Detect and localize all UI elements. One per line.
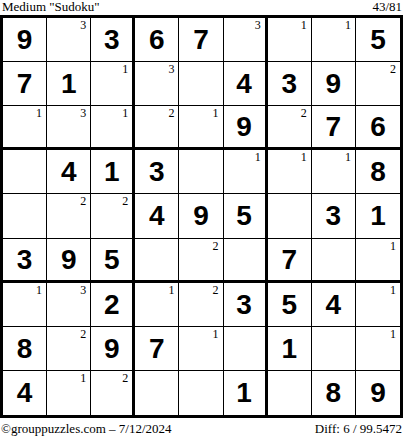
given-digit: 7 bbox=[193, 25, 209, 54]
pencil-mark: 2 bbox=[213, 239, 219, 253]
pencil-mark: 1 bbox=[213, 106, 219, 120]
cell-r1c6[interactable]: 3 bbox=[224, 18, 268, 62]
pencil-mark: 1 bbox=[345, 18, 351, 32]
cell-r6c9[interactable]: 1 bbox=[356, 239, 400, 283]
given-digit: 3 bbox=[326, 201, 342, 230]
pencil-mark: 2 bbox=[301, 106, 307, 120]
remaining-counter: 43/81 bbox=[372, 0, 403, 14]
pencil-mark: 1 bbox=[390, 239, 396, 253]
cell-r5c7[interactable] bbox=[268, 194, 312, 238]
cell-r4c2[interactable]: 4 bbox=[47, 150, 91, 194]
given-digit: 2 bbox=[104, 290, 120, 319]
pencil-mark: 2 bbox=[80, 327, 86, 341]
cell-r4c1[interactable] bbox=[3, 150, 47, 194]
puzzle-title: Medium "Sudoku" bbox=[0, 0, 100, 14]
cell-r9c7[interactable] bbox=[268, 371, 312, 415]
cell-r2c9[interactable]: 2 bbox=[356, 62, 400, 106]
cell-r5c1[interactable] bbox=[3, 194, 47, 238]
cell-r9c2[interactable]: 1 bbox=[47, 371, 91, 415]
cell-r2c7[interactable]: 3 bbox=[268, 62, 312, 106]
given-digit: 9 bbox=[236, 112, 252, 141]
given-digit: 3 bbox=[17, 245, 33, 274]
cell-r5c5[interactable]: 9 bbox=[179, 194, 223, 238]
given-digit: 9 bbox=[193, 201, 209, 230]
given-digit: 7 bbox=[281, 245, 297, 274]
given-digit: 9 bbox=[370, 378, 386, 407]
cell-r6c4[interactable] bbox=[135, 239, 179, 283]
pencil-mark: 3 bbox=[80, 106, 86, 120]
cell-r2c3[interactable]: 1 bbox=[91, 62, 135, 106]
cell-r5c8[interactable]: 3 bbox=[312, 194, 356, 238]
cell-r5c3[interactable]: 2 bbox=[91, 194, 135, 238]
cell-r7c8[interactable]: 4 bbox=[312, 283, 356, 327]
pencil-mark: 3 bbox=[80, 18, 86, 32]
cell-r9c5[interactable] bbox=[179, 371, 223, 415]
given-digit: 4 bbox=[236, 69, 252, 98]
cell-r5c2[interactable]: 2 bbox=[47, 194, 91, 238]
cell-r2c1[interactable]: 7 bbox=[3, 62, 47, 106]
cell-r1c1[interactable]: 9 bbox=[3, 18, 47, 62]
pencil-mark: 1 bbox=[301, 150, 307, 164]
given-digit: 1 bbox=[281, 334, 297, 363]
cell-r5c9[interactable]: 1 bbox=[356, 194, 400, 238]
pencil-mark: 3 bbox=[255, 18, 261, 32]
cell-r2c4[interactable]: 3 bbox=[135, 62, 179, 106]
cell-r3c5[interactable]: 1 bbox=[179, 106, 223, 150]
cell-r6c5[interactable]: 2 bbox=[179, 239, 223, 283]
given-digit: 7 bbox=[17, 69, 33, 98]
pencil-mark: 2 bbox=[122, 371, 128, 385]
cell-r8c9[interactable]: 1 bbox=[356, 327, 400, 371]
given-digit: 3 bbox=[104, 25, 120, 54]
pencil-mark: 1 bbox=[168, 283, 174, 297]
cell-r7c4[interactable]: 1 bbox=[135, 283, 179, 327]
cell-r3c7[interactable]: 2 bbox=[268, 106, 312, 150]
cell-r4c6[interactable]: 1 bbox=[224, 150, 268, 194]
cell-r1c7[interactable]: 1 bbox=[268, 18, 312, 62]
pencil-mark: 2 bbox=[213, 283, 219, 297]
pencil-mark: 1 bbox=[36, 106, 42, 120]
pencil-mark: 1 bbox=[213, 327, 219, 341]
pencil-mark: 1 bbox=[345, 150, 351, 164]
cell-r4c4[interactable]: 3 bbox=[135, 150, 179, 194]
given-digit: 8 bbox=[17, 334, 33, 363]
cell-r7c1[interactable]: 1 bbox=[3, 283, 47, 327]
cell-r9c4[interactable] bbox=[135, 371, 179, 415]
cell-r7c9[interactable]: 1 bbox=[356, 283, 400, 327]
difficulty-text: Diff: 6 / 99.5472 bbox=[315, 421, 403, 437]
cell-r4c8[interactable]: 1 bbox=[312, 150, 356, 194]
pencil-mark: 1 bbox=[390, 283, 396, 297]
cell-r2c2[interactable]: 1 bbox=[47, 62, 91, 106]
given-digit: 5 bbox=[370, 25, 386, 54]
page-header: Medium "Sudoku" 43/81 bbox=[0, 0, 403, 15]
given-digit: 4 bbox=[17, 378, 33, 407]
cell-r4c3[interactable]: 1 bbox=[91, 150, 135, 194]
cell-r1c4[interactable]: 6 bbox=[135, 18, 179, 62]
cell-r7c5[interactable]: 2 bbox=[179, 283, 223, 327]
pencil-mark: 1 bbox=[390, 327, 396, 341]
cell-r6c6[interactable] bbox=[224, 239, 268, 283]
pencil-mark: 1 bbox=[80, 371, 86, 385]
cell-r3c2[interactable]: 3 bbox=[47, 106, 91, 150]
cell-r2c6[interactable]: 4 bbox=[224, 62, 268, 106]
given-digit: 3 bbox=[281, 69, 297, 98]
cell-r6c3[interactable]: 5 bbox=[91, 239, 135, 283]
cell-r9c8[interactable]: 8 bbox=[312, 371, 356, 415]
cell-r9c6[interactable]: 1 bbox=[224, 371, 268, 415]
given-digit: 3 bbox=[236, 290, 252, 319]
given-digit: 4 bbox=[326, 290, 342, 319]
cell-r7c2[interactable]: 3 bbox=[47, 283, 91, 327]
cell-r3c8[interactable]: 7 bbox=[312, 106, 356, 150]
cell-r4c9[interactable]: 8 bbox=[356, 150, 400, 194]
cell-r2c8[interactable]: 9 bbox=[312, 62, 356, 106]
cell-r6c2[interactable]: 9 bbox=[47, 239, 91, 283]
cell-r7c6[interactable]: 3 bbox=[224, 283, 268, 327]
cell-r3c9[interactable]: 6 bbox=[356, 106, 400, 150]
page-footer: ©grouppuzzles.com – 7/12/2024 Diff: 6 / … bbox=[0, 419, 403, 437]
cell-r3c6[interactable]: 9 bbox=[224, 106, 268, 150]
given-digit: 9 bbox=[104, 334, 120, 363]
cell-r4c5[interactable] bbox=[179, 150, 223, 194]
given-digit: 9 bbox=[61, 245, 77, 274]
cell-r2c5[interactable] bbox=[179, 62, 223, 106]
cell-r8c1[interactable]: 8 bbox=[3, 327, 47, 371]
cell-r1c2[interactable]: 3 bbox=[47, 18, 91, 62]
cell-r8c2[interactable]: 2 bbox=[47, 327, 91, 371]
cell-r1c8[interactable]: 1 bbox=[312, 18, 356, 62]
cell-r3c4[interactable]: 2 bbox=[135, 106, 179, 150]
given-digit: 5 bbox=[104, 245, 120, 274]
given-digit: 5 bbox=[281, 290, 297, 319]
cell-r8c3[interactable]: 9 bbox=[91, 327, 135, 371]
given-digit: 6 bbox=[149, 25, 165, 54]
cell-r8c8[interactable] bbox=[312, 327, 356, 371]
pencil-mark: 1 bbox=[122, 62, 128, 76]
given-digit: 9 bbox=[17, 25, 33, 54]
cell-r7c3[interactable]: 2 bbox=[91, 283, 135, 327]
cell-r1c3[interactable]: 3 bbox=[91, 18, 135, 62]
cell-r9c3[interactable]: 2 bbox=[91, 371, 135, 415]
cell-r7c7[interactable]: 5 bbox=[268, 283, 312, 327]
pencil-mark: 1 bbox=[301, 18, 307, 32]
given-digit: 9 bbox=[326, 69, 342, 98]
cell-r1c5[interactable]: 7 bbox=[179, 18, 223, 62]
cell-r9c1[interactable]: 4 bbox=[3, 371, 47, 415]
given-digit: 4 bbox=[149, 201, 165, 230]
cell-r1c9[interactable]: 5 bbox=[356, 18, 400, 62]
given-digit: 1 bbox=[370, 201, 386, 230]
cell-r6c1[interactable]: 3 bbox=[3, 239, 47, 283]
pencil-mark: 3 bbox=[168, 62, 174, 76]
sudoku-board: 9336731157113439213121927641311182249531… bbox=[0, 15, 403, 418]
cell-r5c6[interactable]: 5 bbox=[224, 194, 268, 238]
given-digit: 6 bbox=[370, 112, 386, 141]
pencil-mark: 1 bbox=[255, 150, 261, 164]
given-digit: 8 bbox=[326, 378, 342, 407]
pencil-mark: 1 bbox=[36, 283, 42, 297]
pencil-mark: 2 bbox=[168, 106, 174, 120]
cell-r3c1[interactable]: 1 bbox=[3, 106, 47, 150]
given-digit: 1 bbox=[236, 378, 252, 407]
given-digit: 1 bbox=[61, 69, 77, 98]
copyright-text: ©grouppuzzles.com – 7/12/2024 bbox=[0, 421, 172, 437]
cell-r8c7[interactable]: 1 bbox=[268, 327, 312, 371]
given-digit: 3 bbox=[149, 157, 165, 186]
given-digit: 4 bbox=[61, 157, 77, 186]
cell-r9c9[interactable]: 9 bbox=[356, 371, 400, 415]
pencil-mark: 2 bbox=[390, 62, 396, 76]
pencil-mark: 3 bbox=[80, 283, 86, 297]
pencil-mark: 1 bbox=[122, 106, 128, 120]
cell-r8c5[interactable]: 1 bbox=[179, 327, 223, 371]
cell-r6c8[interactable] bbox=[312, 239, 356, 283]
cell-r8c6[interactable] bbox=[224, 327, 268, 371]
cell-r5c4[interactable]: 4 bbox=[135, 194, 179, 238]
cell-r4c7[interactable]: 1 bbox=[268, 150, 312, 194]
cell-r6c7[interactable]: 7 bbox=[268, 239, 312, 283]
cell-r8c4[interactable]: 7 bbox=[135, 327, 179, 371]
cell-r3c3[interactable]: 1 bbox=[91, 106, 135, 150]
given-digit: 8 bbox=[370, 157, 386, 186]
pencil-mark: 2 bbox=[80, 194, 86, 208]
given-digit: 7 bbox=[149, 334, 165, 363]
given-digit: 1 bbox=[104, 157, 120, 186]
given-digit: 7 bbox=[326, 112, 342, 141]
given-digit: 5 bbox=[236, 201, 252, 230]
pencil-mark: 2 bbox=[122, 194, 128, 208]
